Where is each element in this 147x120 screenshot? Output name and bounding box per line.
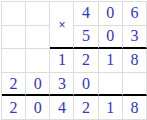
- grid-cell-r1c4: 0: [99, 26, 123, 50]
- multiplication-grid: ×40650312182030204218: [1, 1, 147, 120]
- multiply-sign: ×: [50, 2, 74, 49]
- grid-cell-r0c1: [26, 2, 50, 26]
- grid-cell-r1c3: 5: [74, 26, 98, 50]
- grid-cell-r3c3: 0: [74, 73, 98, 97]
- grid-cell-r2c4: 1: [99, 49, 123, 73]
- grid-cell-r1c5: 3: [123, 26, 147, 50]
- grid-cell-r2c3: 2: [74, 49, 98, 73]
- grid-cell-r3c4: [99, 73, 123, 97]
- grid-cell-r0c3: 4: [74, 2, 98, 26]
- grid-cell-r4c1: 0: [26, 96, 50, 120]
- grid-cell-r4c3: 2: [74, 96, 98, 120]
- grid-cell-r2c1: [26, 49, 50, 73]
- grid-cell-r4c4: 1: [99, 96, 123, 120]
- grid-cell-r4c5: 8: [123, 96, 147, 120]
- grid-cell-r3c2: 3: [50, 73, 74, 97]
- grid-cell-r1c0: [2, 26, 26, 50]
- grid-cell-r0c0: [2, 2, 26, 26]
- grid-cell-r2c5: 8: [123, 49, 147, 73]
- grid-cell-r2c0: [2, 49, 26, 73]
- grid-cell-r3c5: [123, 73, 147, 97]
- grid-cell-r0c5: 6: [123, 2, 147, 26]
- grid-cell-r3c1: 0: [26, 73, 50, 97]
- grid-cell-r4c0: 2: [2, 96, 26, 120]
- grid-cell-r1c1: [26, 26, 50, 50]
- grid-cell-r4c2: 4: [50, 96, 74, 120]
- grid-cell-r3c0: 2: [2, 73, 26, 97]
- grid-cell-r2c2: 1: [50, 49, 74, 73]
- grid-cell-r0c4: 0: [99, 2, 123, 26]
